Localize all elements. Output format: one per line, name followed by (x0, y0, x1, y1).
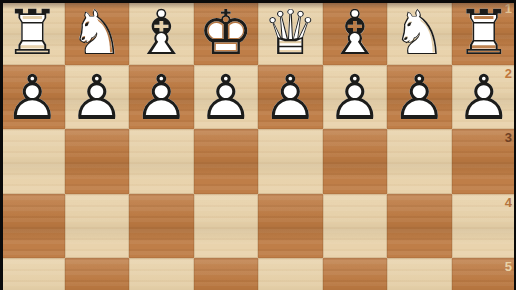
square-d4[interactable] (258, 194, 323, 259)
white-pawn[interactable]: ♟♙ (323, 66, 388, 131)
white-pawn-outline: ♙ (198, 66, 254, 131)
square-f3[interactable] (129, 129, 194, 194)
square-h4[interactable] (0, 194, 65, 259)
square-g1[interactable]: ♞♘ (65, 0, 130, 65)
square-c4[interactable] (323, 194, 388, 259)
square-h2[interactable]: ♟♙ (0, 65, 65, 130)
white-knight[interactable]: ♞♘ (65, 1, 130, 66)
square-f5[interactable] (129, 258, 194, 290)
square-a2[interactable]: ♟♙2 (452, 65, 516, 130)
square-e5[interactable] (194, 258, 259, 290)
square-d3[interactable] (258, 129, 323, 194)
square-c2[interactable]: ♟♙ (323, 65, 388, 130)
letterbox-top-bar (0, 0, 516, 3)
white-pawn[interactable]: ♟♙ (387, 66, 452, 131)
white-pawn[interactable]: ♟♙ (65, 66, 130, 131)
letterbox-left-bar (0, 0, 3, 290)
white-bishop[interactable]: ♝♗ (129, 1, 194, 66)
square-b2[interactable]: ♟♙ (387, 65, 452, 130)
rank-label-1: 1 (505, 1, 512, 16)
square-g2[interactable]: ♟♙ (65, 65, 130, 130)
white-knight-outline: ♘ (69, 1, 125, 66)
white-pawn[interactable]: ♟♙ (258, 66, 323, 131)
square-a1[interactable]: ♜♖1 (452, 0, 516, 65)
square-a3[interactable]: 3 (452, 129, 516, 194)
white-bishop-outline: ♗ (133, 1, 189, 66)
white-pawn[interactable]: ♟♙ (129, 66, 194, 131)
square-d1[interactable]: ♛♕ (258, 0, 323, 65)
square-f2[interactable]: ♟♙ (129, 65, 194, 130)
white-queen-outline: ♕ (262, 1, 318, 66)
square-b4[interactable] (387, 194, 452, 259)
white-pawn-outline: ♙ (69, 66, 125, 131)
square-b3[interactable] (387, 129, 452, 194)
white-pawn-outline: ♙ (133, 66, 189, 131)
white-knight-outline: ♘ (391, 1, 447, 66)
white-rook[interactable]: ♜♖ (0, 1, 65, 66)
square-c1[interactable]: ♝♗ (323, 0, 388, 65)
square-d2[interactable]: ♟♙ (258, 65, 323, 130)
white-rook-outline: ♖ (4, 1, 60, 66)
white-rook-outline: ♖ (456, 1, 512, 66)
square-h3[interactable] (0, 129, 65, 194)
square-e1[interactable]: ♚♔ (194, 0, 259, 65)
square-f1[interactable]: ♝♗ (129, 0, 194, 65)
square-c3[interactable] (323, 129, 388, 194)
square-g4[interactable] (65, 194, 130, 259)
white-pawn-outline: ♙ (4, 66, 60, 131)
square-b1[interactable]: ♞♘ (387, 0, 452, 65)
square-a4[interactable]: 4 (452, 194, 516, 259)
white-knight[interactable]: ♞♘ (387, 1, 452, 66)
white-queen[interactable]: ♛♕ (258, 1, 323, 66)
white-pawn-outline: ♙ (262, 66, 318, 131)
board-viewport: ♜♖♞♘♝♗♚♔♛♕♝♗♞♘♜♖1♟♙♟♙♟♙♟♙♟♙♟♙♟♙♟♙2345 (0, 0, 516, 290)
square-h5[interactable] (0, 258, 65, 290)
rank-label-5: 5 (505, 259, 512, 274)
white-pawn[interactable]: ♟♙ (0, 66, 65, 131)
square-a5[interactable]: 5 (452, 258, 516, 290)
square-f4[interactable] (129, 194, 194, 259)
square-d5[interactable] (258, 258, 323, 290)
white-pawn-outline: ♙ (456, 66, 512, 131)
square-e3[interactable] (194, 129, 259, 194)
rank-label-2: 2 (505, 66, 512, 81)
square-g5[interactable] (65, 258, 130, 290)
rank-label-3: 3 (505, 130, 512, 145)
square-h1[interactable]: ♜♖ (0, 0, 65, 65)
white-pawn-outline: ♙ (327, 66, 383, 131)
rank-label-4: 4 (505, 195, 512, 210)
square-g3[interactable] (65, 129, 130, 194)
square-b5[interactable] (387, 258, 452, 290)
white-king[interactable]: ♚♔ (194, 1, 259, 66)
square-e4[interactable] (194, 194, 259, 259)
white-king-outline: ♔ (198, 1, 254, 66)
white-bishop-outline: ♗ (327, 1, 383, 66)
square-c5[interactable] (323, 258, 388, 290)
chess-board: ♜♖♞♘♝♗♚♔♛♕♝♗♞♘♜♖1♟♙♟♙♟♙♟♙♟♙♟♙♟♙♟♙2345 (0, 0, 516, 290)
square-e2[interactable]: ♟♙ (194, 65, 259, 130)
white-pawn-outline: ♙ (391, 66, 447, 131)
white-pawn[interactable]: ♟♙ (194, 66, 259, 131)
white-bishop[interactable]: ♝♗ (323, 1, 388, 66)
